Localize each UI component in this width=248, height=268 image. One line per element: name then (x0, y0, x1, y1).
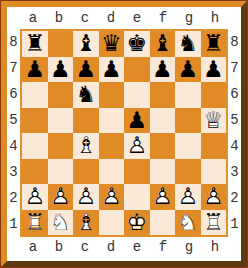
rank-label-4: 4 (230, 139, 238, 153)
file-label-e: e (124, 240, 150, 254)
square-e7[interactable] (124, 57, 150, 83)
square-a5[interactable] (22, 108, 48, 134)
piece-outline: ♖ (22, 210, 48, 236)
square-b5[interactable] (48, 108, 74, 134)
square-g8[interactable]: ♞ (175, 31, 201, 57)
black-king[interactable]: ♚ (124, 31, 150, 57)
square-e5[interactable]: ♟ (124, 108, 150, 134)
square-e6[interactable] (124, 82, 150, 108)
file-label-g: g (176, 240, 202, 254)
square-d2[interactable]: ♟♙ (99, 184, 125, 210)
square-g3[interactable] (175, 159, 201, 185)
black-rook[interactable]: ♜ (22, 31, 48, 57)
piece-glyph: ♝ (73, 31, 99, 57)
piece-glyph: ♟ (201, 57, 227, 83)
file-label-d: d (98, 11, 124, 25)
piece-glyph: ♟ (124, 108, 150, 134)
square-f4[interactable] (150, 133, 176, 159)
piece-outline: ♙ (73, 184, 99, 210)
black-pawn[interactable]: ♟ (22, 57, 48, 83)
square-b4[interactable] (48, 133, 74, 159)
square-c1[interactable]: ♝♗ (73, 210, 99, 236)
square-e1[interactable]: ♚♔ (124, 210, 150, 236)
piece-outline: ♖ (201, 210, 227, 236)
piece-outline: ♙ (150, 184, 176, 210)
square-g4[interactable] (175, 133, 201, 159)
square-c7[interactable]: ♟ (73, 57, 99, 83)
square-f3[interactable] (150, 159, 176, 185)
square-b2[interactable]: ♟♙ (48, 184, 74, 210)
square-c2[interactable]: ♟♙ (73, 184, 99, 210)
square-d3[interactable] (99, 159, 125, 185)
rank-label-7: 7 (230, 61, 238, 75)
white-pawn[interactable]: ♟♙ (150, 184, 176, 210)
rank-label-8: 8 (9, 35, 17, 49)
black-pawn[interactable]: ♟ (99, 57, 125, 83)
square-d8[interactable]: ♛ (99, 31, 125, 57)
file-label-c: c (72, 240, 98, 254)
rank-label-4: 4 (9, 139, 17, 153)
square-c5[interactable] (73, 108, 99, 134)
square-g5[interactable] (175, 108, 201, 134)
piece-glyph: ♟ (175, 57, 201, 83)
black-knight[interactable]: ♞ (175, 31, 201, 57)
white-pawn[interactable]: ♟♙ (99, 184, 125, 210)
white-pawn[interactable]: ♟♙ (73, 184, 99, 210)
white-knight[interactable]: ♞♘ (175, 210, 201, 236)
white-rook[interactable]: ♜♖ (22, 210, 48, 236)
rank-label-3: 3 (230, 165, 238, 179)
piece-outline: ♙ (22, 184, 48, 210)
square-h5[interactable]: ♛♕ (201, 108, 227, 134)
piece-glyph: ♝ (150, 31, 176, 57)
rank-label-7: 7 (9, 61, 17, 75)
square-h1[interactable]: ♜♖ (201, 210, 227, 236)
square-d6[interactable] (99, 82, 125, 108)
file-label-g: g (176, 11, 202, 25)
white-queen[interactable]: ♛♕ (201, 108, 227, 134)
piece-glyph: ♞ (73, 82, 99, 108)
file-label-h: h (202, 11, 228, 25)
square-f7[interactable]: ♟ (150, 57, 176, 83)
rank-label-2: 2 (9, 191, 17, 205)
piece-glyph: ♜ (22, 31, 48, 57)
square-a8[interactable]: ♜ (22, 31, 48, 57)
piece-outline: ♕ (201, 108, 227, 134)
square-b6[interactable] (48, 82, 74, 108)
piece-glyph: ♜ (201, 31, 227, 57)
piece-outline: ♗ (73, 133, 99, 159)
white-pawn[interactable]: ♟♙ (48, 184, 74, 210)
square-g7[interactable]: ♟ (175, 57, 201, 83)
file-label-b: b (46, 240, 72, 254)
black-bishop[interactable]: ♝ (73, 31, 99, 57)
piece-outline: ♙ (124, 133, 150, 159)
rank-label-6: 6 (230, 87, 238, 101)
square-a4[interactable] (22, 133, 48, 159)
rank-label-2: 2 (230, 191, 238, 205)
piece-glyph: ♟ (150, 57, 176, 83)
piece-outline: ♙ (175, 184, 201, 210)
white-king[interactable]: ♚♔ (124, 210, 150, 236)
piece-glyph: ♟ (48, 57, 74, 83)
piece-glyph: ♛ (99, 31, 125, 57)
square-a6[interactable] (22, 82, 48, 108)
rank-labels-right: 87654321 (228, 29, 241, 237)
black-pawn[interactable]: ♟ (48, 57, 74, 83)
piece-glyph: ♟ (73, 57, 99, 83)
square-e4[interactable]: ♟♙ (124, 133, 150, 159)
piece-outline: ♘ (175, 210, 201, 236)
white-pawn[interactable]: ♟♙ (201, 184, 227, 210)
file-label-b: b (46, 11, 72, 25)
piece-outline: ♗ (73, 210, 99, 236)
square-e2[interactable] (124, 184, 150, 210)
file-label-a: a (20, 11, 46, 25)
rank-label-8: 8 (230, 35, 238, 49)
piece-glyph: ♟ (99, 57, 125, 83)
black-pawn[interactable]: ♟ (124, 108, 150, 134)
square-a7[interactable]: ♟ (22, 57, 48, 83)
white-bishop[interactable]: ♝♗ (73, 210, 99, 236)
square-h6[interactable] (201, 82, 227, 108)
piece-outline: ♔ (124, 210, 150, 236)
square-h8[interactable]: ♜ (201, 31, 227, 57)
square-f6[interactable] (150, 82, 176, 108)
white-pawn[interactable]: ♟♙ (22, 184, 48, 210)
file-label-h: h (202, 240, 228, 254)
square-b3[interactable] (48, 159, 74, 185)
square-d7[interactable]: ♟ (99, 57, 125, 83)
square-e3[interactable] (124, 159, 150, 185)
square-h7[interactable]: ♟ (201, 57, 227, 83)
square-g1[interactable]: ♞♘ (175, 210, 201, 236)
black-pawn[interactable]: ♟ (201, 57, 227, 83)
board-frame: abcdefgh 87654321 ♜♝♛♚♝♞♜♟♟♟♟♟♟♟♞♟♛♕♝♗♟♙… (1, 1, 247, 267)
square-c8[interactable]: ♝ (73, 31, 99, 57)
file-label-d: d (98, 240, 124, 254)
black-bishop[interactable]: ♝ (150, 31, 176, 57)
square-f1[interactable] (150, 210, 176, 236)
piece-outline: ♙ (99, 184, 125, 210)
square-b7[interactable]: ♟ (48, 57, 74, 83)
square-g2[interactable]: ♟♙ (175, 184, 201, 210)
square-c4[interactable]: ♝♗ (73, 133, 99, 159)
square-c6[interactable]: ♞ (73, 82, 99, 108)
file-labels-top: abcdefgh (20, 7, 228, 29)
chessboard-window: abcdefgh 87654321 ♜♝♛♚♝♞♜♟♟♟♟♟♟♟♞♟♛♕♝♗♟♙… (0, 0, 248, 268)
file-label-c: c (72, 11, 98, 25)
white-rook[interactable]: ♜♖ (201, 210, 227, 236)
white-knight[interactable]: ♞♘ (48, 210, 74, 236)
file-label-f: f (150, 11, 176, 25)
square-a3[interactable] (22, 159, 48, 185)
piece-outline: ♘ (48, 210, 74, 236)
rank-label-6: 6 (9, 87, 17, 101)
square-d4[interactable] (99, 133, 125, 159)
piece-outline: ♙ (48, 184, 74, 210)
rank-labels-left: 87654321 (7, 29, 20, 237)
rank-label-1: 1 (230, 217, 238, 231)
square-b8[interactable] (48, 31, 74, 57)
square-b1[interactable]: ♞♘ (48, 210, 74, 236)
white-pawn[interactable]: ♟♙ (175, 184, 201, 210)
square-a1[interactable]: ♜♖ (22, 210, 48, 236)
square-g6[interactable] (175, 82, 201, 108)
square-d5[interactable] (99, 108, 125, 134)
square-f8[interactable]: ♝ (150, 31, 176, 57)
piece-outline: ♙ (201, 184, 227, 210)
piece-glyph: ♚ (124, 31, 150, 57)
rank-label-1: 1 (9, 217, 17, 231)
file-label-e: e (124, 11, 150, 25)
black-pawn[interactable]: ♟ (73, 57, 99, 83)
square-f2[interactable]: ♟♙ (150, 184, 176, 210)
piece-glyph: ♟ (22, 57, 48, 83)
square-f5[interactable] (150, 108, 176, 134)
black-pawn[interactable]: ♟ (150, 57, 176, 83)
rank-label-5: 5 (9, 113, 17, 127)
square-c3[interactable] (73, 159, 99, 185)
chess-board: ♜♝♛♚♝♞♜♟♟♟♟♟♟♟♞♟♛♕♝♗♟♙♟♙♟♙♟♙♟♙♟♙♟♙♟♙♜♖♞♘… (20, 29, 228, 237)
file-labels-bottom: abcdefgh (20, 237, 228, 261)
black-queen[interactable]: ♛ (99, 31, 125, 57)
square-e8[interactable]: ♚ (124, 31, 150, 57)
white-pawn[interactable]: ♟♙ (124, 133, 150, 159)
square-a2[interactable]: ♟♙ (22, 184, 48, 210)
square-h4[interactable] (201, 133, 227, 159)
square-h3[interactable] (201, 159, 227, 185)
square-d1[interactable] (99, 210, 125, 236)
black-knight[interactable]: ♞ (73, 82, 99, 108)
rank-label-5: 5 (230, 113, 238, 127)
square-h2[interactable]: ♟♙ (201, 184, 227, 210)
file-label-a: a (20, 240, 46, 254)
file-label-f: f (150, 240, 176, 254)
black-pawn[interactable]: ♟ (175, 57, 201, 83)
white-bishop[interactable]: ♝♗ (73, 133, 99, 159)
black-rook[interactable]: ♜ (201, 31, 227, 57)
piece-glyph: ♞ (175, 31, 201, 57)
rank-label-3: 3 (9, 165, 17, 179)
